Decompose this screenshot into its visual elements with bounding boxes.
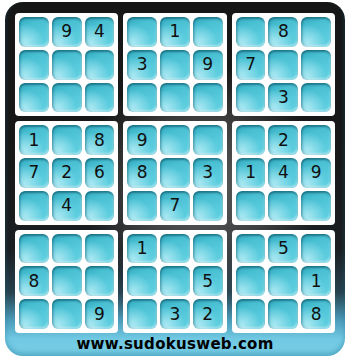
cell-r6c3[interactable] xyxy=(85,191,115,221)
footer-bar: www.sudokusweb.com xyxy=(5,332,345,356)
cell-r5c6[interactable]: 3 xyxy=(193,158,223,188)
cell-r6c1[interactable] xyxy=(19,191,49,221)
box-2: 139 xyxy=(123,13,226,116)
footer-link[interactable]: www.sudokusweb.com xyxy=(76,335,273,353)
cell-r8c3[interactable] xyxy=(85,266,115,296)
sudoku-grid: 9413987318726498372149891532518 xyxy=(15,13,335,333)
cell-r9c3[interactable]: 9 xyxy=(85,299,115,329)
cell-r2c8[interactable] xyxy=(268,50,298,80)
box-5: 9837 xyxy=(123,121,226,224)
cell-r9c1[interactable] xyxy=(19,299,49,329)
box-3: 873 xyxy=(232,13,335,116)
cell-r7c7[interactable] xyxy=(236,234,266,264)
cell-r4c9[interactable] xyxy=(301,125,331,155)
cell-r2c3[interactable] xyxy=(85,50,115,80)
cell-r5c8[interactable]: 4 xyxy=(268,158,298,188)
box-8: 1532 xyxy=(123,230,226,333)
box-9: 518 xyxy=(232,230,335,333)
cell-r6c7[interactable] xyxy=(236,191,266,221)
cell-r9c9[interactable]: 8 xyxy=(301,299,331,329)
cell-r4c1[interactable]: 1 xyxy=(19,125,49,155)
cell-r8c6[interactable]: 5 xyxy=(193,266,223,296)
cell-r5c5[interactable] xyxy=(160,158,190,188)
box-6: 2149 xyxy=(232,121,335,224)
cell-r9c5[interactable]: 3 xyxy=(160,299,190,329)
cell-r9c8[interactable] xyxy=(268,299,298,329)
cell-r9c2[interactable] xyxy=(52,299,82,329)
cell-r2c9[interactable] xyxy=(301,50,331,80)
box-7: 89 xyxy=(15,230,118,333)
cell-r3c9[interactable] xyxy=(301,83,331,113)
cell-r3c6[interactable] xyxy=(193,83,223,113)
cell-r1c5[interactable]: 1 xyxy=(160,17,190,47)
cell-r4c3[interactable]: 8 xyxy=(85,125,115,155)
cell-r5c4[interactable]: 8 xyxy=(127,158,157,188)
cell-r4c2[interactable] xyxy=(52,125,82,155)
cell-r8c9[interactable]: 1 xyxy=(301,266,331,296)
cell-r5c7[interactable]: 1 xyxy=(236,158,266,188)
cell-r7c8[interactable]: 5 xyxy=(268,234,298,264)
cell-r6c2[interactable]: 4 xyxy=(52,191,82,221)
cell-r3c2[interactable] xyxy=(52,83,82,113)
cell-r5c2[interactable]: 2 xyxy=(52,158,82,188)
cell-r1c1[interactable] xyxy=(19,17,49,47)
cell-r1c4[interactable] xyxy=(127,17,157,47)
cell-r6c4[interactable] xyxy=(127,191,157,221)
cell-r7c1[interactable] xyxy=(19,234,49,264)
cell-r5c3[interactable]: 6 xyxy=(85,158,115,188)
cell-r8c4[interactable] xyxy=(127,266,157,296)
cell-r4c8[interactable]: 2 xyxy=(268,125,298,155)
sudoku-board: 9413987318726498372149891532518 www.sudo… xyxy=(5,2,345,356)
box-4: 187264 xyxy=(15,121,118,224)
cell-r4c5[interactable] xyxy=(160,125,190,155)
cell-r2c2[interactable] xyxy=(52,50,82,80)
cell-r3c8[interactable]: 3 xyxy=(268,83,298,113)
cell-r3c4[interactable] xyxy=(127,83,157,113)
cell-r7c6[interactable] xyxy=(193,234,223,264)
cell-r3c3[interactable] xyxy=(85,83,115,113)
cell-r6c6[interactable] xyxy=(193,191,223,221)
cell-r1c3[interactable]: 4 xyxy=(85,17,115,47)
cell-r8c5[interactable] xyxy=(160,266,190,296)
cell-r2c5[interactable] xyxy=(160,50,190,80)
cell-r9c6[interactable]: 2 xyxy=(193,299,223,329)
cell-r5c1[interactable]: 7 xyxy=(19,158,49,188)
cell-r1c7[interactable] xyxy=(236,17,266,47)
cell-r9c7[interactable] xyxy=(236,299,266,329)
cell-r4c6[interactable] xyxy=(193,125,223,155)
box-1: 94 xyxy=(15,13,118,116)
cell-r7c2[interactable] xyxy=(52,234,82,264)
cell-r2c4[interactable]: 3 xyxy=(127,50,157,80)
cell-r7c5[interactable] xyxy=(160,234,190,264)
cell-r8c7[interactable] xyxy=(236,266,266,296)
cell-r6c8[interactable] xyxy=(268,191,298,221)
cell-r8c1[interactable]: 8 xyxy=(19,266,49,296)
cell-r5c9[interactable]: 9 xyxy=(301,158,331,188)
cell-r9c4[interactable] xyxy=(127,299,157,329)
cell-r7c3[interactable] xyxy=(85,234,115,264)
cell-r2c1[interactable] xyxy=(19,50,49,80)
cell-r2c7[interactable]: 7 xyxy=(236,50,266,80)
cell-r1c6[interactable] xyxy=(193,17,223,47)
cell-r2c6[interactable]: 9 xyxy=(193,50,223,80)
cell-r8c2[interactable] xyxy=(52,266,82,296)
cell-r7c4[interactable]: 1 xyxy=(127,234,157,264)
cell-r8c8[interactable] xyxy=(268,266,298,296)
cell-r3c7[interactable] xyxy=(236,83,266,113)
cell-r7c9[interactable] xyxy=(301,234,331,264)
cell-r4c7[interactable] xyxy=(236,125,266,155)
cell-r1c9[interactable] xyxy=(301,17,331,47)
cell-r6c9[interactable] xyxy=(301,191,331,221)
cell-r1c8[interactable]: 8 xyxy=(268,17,298,47)
cell-r3c5[interactable] xyxy=(160,83,190,113)
cell-r4c4[interactable]: 9 xyxy=(127,125,157,155)
cell-r6c5[interactable]: 7 xyxy=(160,191,190,221)
cell-r1c2[interactable]: 9 xyxy=(52,17,82,47)
cell-r3c1[interactable] xyxy=(19,83,49,113)
